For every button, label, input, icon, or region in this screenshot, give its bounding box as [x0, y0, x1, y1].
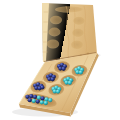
stone-dark-blue	[50, 77, 54, 81]
empty-pit-u-store	[55, 6, 83, 12]
empty-pit-u-l1	[50, 16, 62, 24]
mancala-product-photo	[0, 0, 120, 120]
empty-pit-u-r3	[71, 40, 83, 49]
flat-leaf	[19, 53, 99, 117]
mancala-board	[0, 0, 120, 120]
stone-dark-blue	[29, 94, 33, 98]
stone-teal	[44, 97, 48, 101]
stone-dark-blue	[40, 85, 44, 89]
stone-dark-blue	[41, 96, 45, 100]
empty-pit-u-r2	[72, 29, 84, 38]
stone-teal	[37, 96, 41, 100]
stone-teal	[56, 89, 60, 93]
stone-teal	[68, 81, 72, 85]
stone-teal	[79, 70, 83, 74]
stone-teal	[40, 100, 44, 104]
upright-leaf	[42, 3, 97, 62]
stone-teal	[48, 98, 52, 102]
empty-pit-u-l3	[47, 39, 59, 48]
stone-dark-blue	[61, 67, 65, 71]
empty-pit-u-r1	[73, 17, 85, 25]
stone-dark-blue	[33, 95, 37, 99]
stone-teal	[44, 101, 48, 105]
stone-dark-blue	[36, 99, 40, 103]
empty-pit-u-l2	[49, 28, 61, 37]
stone-teal	[32, 99, 36, 103]
stone-dark-blue	[28, 98, 32, 102]
